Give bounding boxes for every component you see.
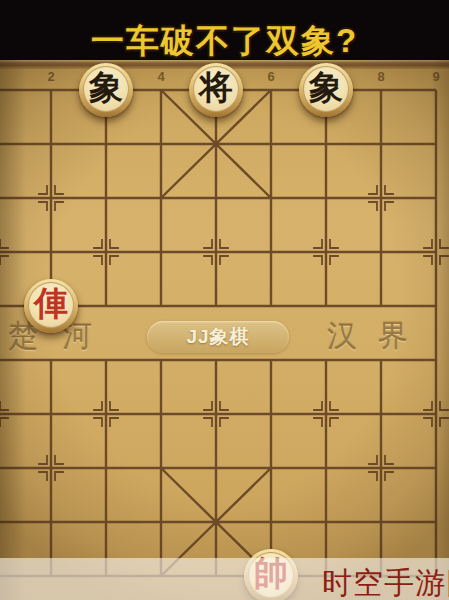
piece-black-elephant[interactable]: 象 [79, 63, 133, 117]
watermark-text: 时空手游网 [322, 563, 449, 600]
column-label-8: 8 [377, 69, 384, 84]
page-title: 一车破不了双象? [91, 24, 358, 60]
piece-face: 俥 [28, 282, 74, 328]
river-label-han-jie: 汉界 [327, 320, 429, 352]
piece-glyph: 俥 [34, 287, 68, 321]
piece-black-elephant[interactable]: 象 [299, 63, 353, 117]
title-bar: 一车破不了双象? [0, 0, 449, 60]
piece-glyph: 象 [309, 71, 343, 105]
piece-red-chariot[interactable]: 俥 [24, 279, 78, 333]
column-label-4: 4 [157, 69, 164, 84]
column-label-6: 6 [267, 69, 274, 84]
piece-glyph: 象 [89, 71, 123, 105]
piece-face: 象 [83, 66, 129, 112]
piece-face: 将 [193, 66, 239, 112]
column-label-2: 2 [47, 69, 54, 84]
piece-glyph: 将 [199, 71, 233, 105]
column-label-9: 9 [432, 69, 439, 84]
piece-black-general[interactable]: 将 [189, 63, 243, 117]
app-screen: 一车破不了双象? 123456789 楚河 汉界 JJ象棋 象将象俥帥 时空手游… [0, 0, 449, 600]
piece-face: 象 [303, 66, 349, 112]
brand-logo-text: JJ象棋 [186, 324, 249, 350]
brand-logo-pill: JJ象棋 [147, 321, 289, 353]
